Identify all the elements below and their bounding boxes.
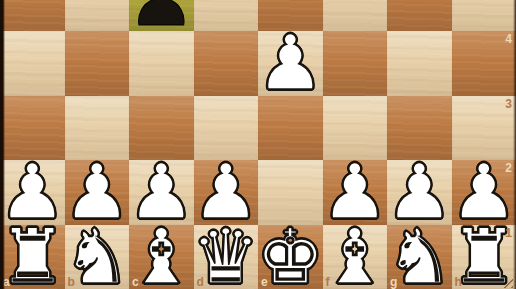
square-h5[interactable]: 5 <box>452 0 516 31</box>
square-a1[interactable]: a♜ <box>0 225 65 289</box>
board-viewport: 876♟5♟43♟♟♟♟♟♟2♟a♜b♞c♝d♛e♚f♝g♞h1♜ <box>0 0 516 289</box>
white-rook-h1[interactable]: ♜ <box>452 225 516 289</box>
square-b5[interactable] <box>65 0 130 31</box>
white-pawn-e4[interactable]: ♟ <box>258 31 323 96</box>
square-d1[interactable]: d♛ <box>194 225 259 289</box>
chess-board: 876♟5♟43♟♟♟♟♟♟2♟a♜b♞c♝d♛e♚f♝g♞h1♜ <box>0 0 516 289</box>
square-c5[interactable]: ♟ <box>129 0 194 31</box>
white-rook-a1[interactable]: ♜ <box>0 225 65 289</box>
white-bishop-c1[interactable]: ♝ <box>129 225 194 289</box>
board-left-edge <box>0 0 5 289</box>
white-bishop-f1[interactable]: ♝ <box>323 225 388 289</box>
white-knight-b1[interactable]: ♞ <box>65 225 130 289</box>
square-g5[interactable] <box>387 0 452 31</box>
square-a5[interactable] <box>0 0 65 31</box>
square-g4[interactable] <box>387 31 452 96</box>
rank-label-4: 4 <box>505 33 512 45</box>
square-b4[interactable] <box>65 31 130 96</box>
square-f5[interactable] <box>323 0 388 31</box>
square-d4[interactable] <box>194 31 259 96</box>
rank-label-3: 3 <box>505 98 512 110</box>
square-c1[interactable]: c♝ <box>129 225 194 289</box>
black-pawn-c5[interactable]: ♟ <box>129 0 194 31</box>
white-knight-g1[interactable]: ♞ <box>387 225 452 289</box>
square-a4[interactable] <box>0 31 65 96</box>
square-h4[interactable]: 4 <box>452 31 516 96</box>
square-g1[interactable]: g♞ <box>387 225 452 289</box>
square-f4[interactable] <box>323 31 388 96</box>
square-e1[interactable]: e♚ <box>258 225 323 289</box>
square-h1[interactable]: h1♜ <box>452 225 516 289</box>
square-d5[interactable] <box>194 0 259 31</box>
square-f1[interactable]: f♝ <box>323 225 388 289</box>
white-king-e1[interactable]: ♚ <box>258 225 323 289</box>
square-b1[interactable]: b♞ <box>65 225 130 289</box>
square-e4[interactable]: ♟ <box>258 31 323 96</box>
white-queen-d1[interactable]: ♛ <box>194 225 259 289</box>
